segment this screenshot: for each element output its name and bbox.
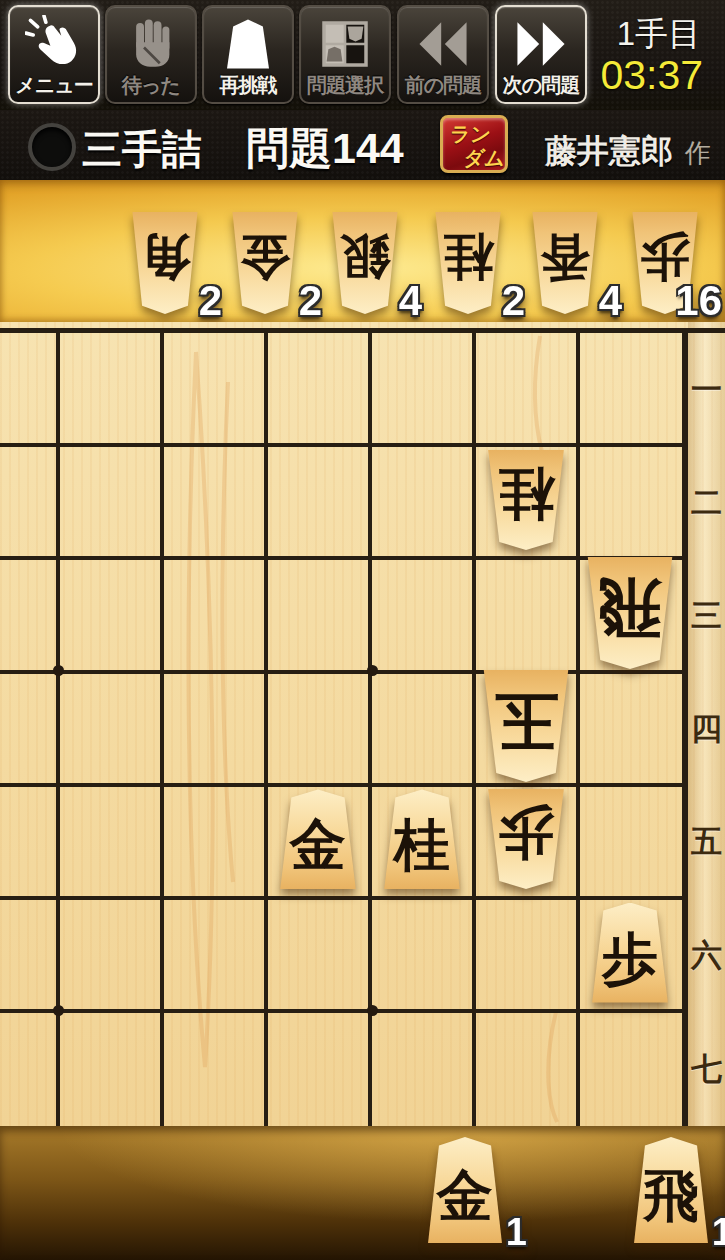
menu-button-label: メニュー: [10, 72, 98, 99]
piece-kanji: 角: [140, 232, 190, 282]
menu-button[interactable]: メニュー: [8, 5, 100, 104]
board-line-horizontal: [0, 443, 688, 447]
board-line-horizontal: [0, 896, 688, 900]
sente-hand-piece-金[interactable]: 金1: [423, 1137, 507, 1243]
gote-hand-piece-香: 香4: [528, 212, 602, 314]
next-problem-button-label: 次の問題: [497, 72, 585, 99]
row-label-1: 一: [688, 369, 725, 411]
piece-face: 歩: [483, 789, 569, 889]
piece-face: 桂: [379, 789, 465, 889]
shogi-piece-icon: [204, 11, 292, 77]
piece-count: 16: [675, 280, 722, 322]
board-piece-gote-歩[interactable]: 歩: [483, 789, 569, 889]
piece-kanji: 銀: [340, 232, 390, 282]
piece-face: 角: [128, 212, 202, 314]
retry-button[interactable]: 再挑戦: [202, 5, 294, 104]
hoshi-dot: [367, 1005, 378, 1016]
previous-problem-button: 前の問題: [397, 5, 489, 104]
gote-hand-piece-銀: 銀4: [328, 212, 402, 314]
piece-face: 飛: [582, 557, 678, 669]
piece-kanji: 歩: [640, 232, 690, 282]
hoshi-dot: [53, 665, 64, 676]
piece-kanji: 玉: [494, 688, 558, 752]
board-piece-sente-桂[interactable]: 桂: [379, 789, 465, 889]
tap-hand-icon: [10, 11, 98, 77]
timer: 03:37: [573, 52, 703, 99]
piece-count: 1: [506, 1213, 527, 1251]
gote-hand-piece-桂: 桂2: [431, 212, 505, 314]
row-label-7: 七: [688, 1048, 725, 1090]
stop-hand-icon: [107, 11, 195, 77]
rewind-icon: [399, 11, 487, 77]
gote-hand-tray: 角2金2銀4桂2香4歩16: [0, 180, 725, 322]
piece-face: 桂: [431, 212, 505, 314]
gote-hand-piece-角: 角2: [128, 212, 202, 314]
row-label-4: 四: [688, 708, 725, 750]
piece-kanji: 香: [540, 232, 590, 282]
row-label-2: 二: [688, 482, 725, 524]
piece-count: 2: [199, 280, 222, 322]
piece-kanji: 金: [240, 232, 290, 282]
random-badge: ラン ダム: [440, 115, 508, 173]
board-piece-gote-桂[interactable]: 桂: [483, 450, 569, 550]
sente-hand-tray: 金1飛1: [0, 1126, 725, 1260]
piece-kanji: 歩: [498, 805, 554, 861]
undo-button: 待った: [105, 5, 197, 104]
piece-kanji: 桂: [498, 466, 554, 522]
piece-count: 4: [599, 280, 622, 322]
piece-face: 飛: [629, 1137, 713, 1243]
piece-kanji: 金: [290, 817, 346, 873]
piece-kanji: 桂: [394, 817, 450, 873]
board-grid[interactable]: 一二三四五六七桂飛玉金桂歩歩: [0, 322, 725, 1126]
sente-hand-piece-飛[interactable]: 飛1: [629, 1137, 713, 1243]
hoshi-dot: [367, 665, 378, 676]
problem-select-button-label: 問題選択: [301, 72, 389, 99]
problem-number: 問題144: [246, 120, 404, 178]
board-piece-gote-飛[interactable]: 飛: [582, 557, 678, 669]
problem-select-button: 問題選択: [299, 5, 391, 104]
piece-kanji: 飛: [598, 575, 662, 639]
gote-hand-piece-金: 金2: [228, 212, 302, 314]
piece-face: 歩: [587, 903, 673, 1003]
board-piece-sente-金[interactable]: 金: [275, 789, 361, 889]
board-line-horizontal: [0, 783, 688, 787]
board-piece-sente-歩[interactable]: 歩: [587, 903, 673, 1003]
puzzle-category: 三手詰: [82, 122, 202, 177]
piece-face: 金: [228, 212, 302, 314]
piece-count: 2: [299, 280, 322, 322]
app-screen: メニュー 待った: [0, 0, 725, 1260]
move-counter: 1手目: [591, 12, 701, 57]
piece-face: 金: [275, 789, 361, 889]
piece-count: 2: [502, 280, 525, 322]
row-label-6: 六: [688, 935, 725, 977]
piece-kanji: 歩: [602, 931, 658, 987]
undo-button-label: 待った: [107, 72, 195, 99]
board-line-vertical: [576, 330, 580, 1126]
piece-kanji: 桂: [443, 232, 493, 282]
hoshi-dot: [53, 1005, 64, 1016]
author-name: 藤井憲郎: [545, 130, 673, 174]
board-line-horizontal: [0, 1009, 688, 1013]
board-line-horizontal: [0, 328, 725, 333]
problem-grid-icon: [301, 11, 389, 77]
gote-hand-piece-歩: 歩16: [628, 212, 702, 314]
author-suffix: 作: [685, 136, 711, 171]
piece-kanji: 金: [437, 1168, 493, 1224]
piece-face: 銀: [328, 212, 402, 314]
previous-problem-button-label: 前の問題: [399, 72, 487, 99]
piece-count: 4: [399, 280, 422, 322]
board-line-vertical: [472, 330, 476, 1126]
piece-count: 1: [712, 1213, 725, 1251]
piece-face: 桂: [483, 450, 569, 550]
random-badge-line1: ラン: [449, 121, 493, 148]
forward-icon: [497, 11, 585, 77]
board-line-vertical: [264, 330, 268, 1126]
piece-face: 金: [423, 1137, 507, 1243]
row-label-3: 三: [688, 595, 725, 637]
board-line-horizontal: [0, 670, 688, 674]
piece-face: 香: [528, 212, 602, 314]
status-circle-icon: [28, 123, 76, 171]
piece-kanji: 飛: [643, 1168, 699, 1224]
toolbar: メニュー 待った: [0, 0, 725, 112]
title-bar: 三手詰 問題144 ラン ダム 藤井憲郎 作: [0, 110, 725, 180]
random-badge-line2: ダム: [463, 145, 507, 172]
row-label-5: 五: [688, 821, 725, 863]
piece-face: 玉: [478, 670, 574, 782]
retry-button-label: 再挑戦: [204, 72, 292, 99]
board-line-vertical: [160, 330, 164, 1126]
board-piece-gote-玉[interactable]: 玉: [478, 670, 574, 782]
